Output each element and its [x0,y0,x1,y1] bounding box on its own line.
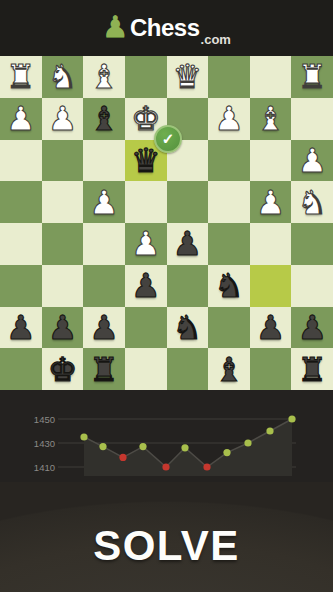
square-h1[interactable]: ♜ [0,56,42,98]
square-b3[interactable] [250,140,292,182]
square-f1[interactable]: ♝ [83,56,125,98]
square-h5[interactable] [0,223,42,265]
square-g8[interactable]: ♚ [42,348,84,390]
square-f3[interactable] [83,140,125,182]
black-knight-piece[interactable]: ♞ [173,311,203,344]
square-e8[interactable] [125,348,167,390]
square-a5[interactable] [291,223,333,265]
rating-dot-win-1450 [288,415,295,422]
white-pawn-piece[interactable]: ♟ [297,144,327,177]
solve-button[interactable]: SOLVE [0,522,333,570]
correct-move-checkmark-icon: ✓ [154,125,182,153]
square-g7[interactable]: ♟ [42,307,84,349]
chess-board: ♜♞♝♛♜♟♟♝♚♟♝♛♟♟♟♞♟♟♟♞♟♟♟♞♟♟♚♜♝♜✓ [0,56,333,390]
square-c5[interactable] [208,223,250,265]
square-g6[interactable] [42,265,84,307]
square-d6[interactable] [167,265,209,307]
square-c6[interactable]: ♞ [208,265,250,307]
square-a1[interactable]: ♜ [291,56,333,98]
white-pawn-piece[interactable]: ♟ [6,102,36,135]
chesscom-pawn-logo-icon: ♟ [102,12,129,42]
white-rook-piece[interactable]: ♜ [297,60,327,93]
rating-dot-loss-1410 [162,463,169,470]
black-knight-piece[interactable]: ♞ [214,269,244,302]
square-c2[interactable]: ♟ [208,98,250,140]
square-c7[interactable] [208,307,250,349]
square-h7[interactable]: ♟ [0,307,42,349]
brand-name: Chess [130,14,200,42]
y-tick-label-1450: 1450 [34,414,55,425]
square-g2[interactable]: ♟ [42,98,84,140]
y-tick-label-1430: 1430 [34,438,55,449]
square-b6[interactable] [250,265,292,307]
square-a2[interactable] [291,98,333,140]
square-d4[interactable] [167,181,209,223]
rating-dot-win-1422 [223,449,230,456]
rating-chart-svg: 145014301410 [0,390,333,482]
rating-dot-loss-1410 [203,463,210,470]
square-b8[interactable] [250,348,292,390]
white-knight-piece[interactable]: ♞ [297,186,327,219]
square-f6[interactable] [83,265,125,307]
square-f8[interactable]: ♜ [83,348,125,390]
square-e4[interactable] [125,181,167,223]
square-h8[interactable] [0,348,42,390]
square-b1[interactable] [250,56,292,98]
white-pawn-piece[interactable]: ♟ [256,186,286,219]
black-pawn-piece[interactable]: ♟ [6,311,36,344]
square-a6[interactable] [291,265,333,307]
black-bishop-piece[interactable]: ♝ [89,102,119,135]
square-b4[interactable]: ♟ [250,181,292,223]
rating-dot-win-1427 [139,443,146,450]
white-pawn-piece[interactable]: ♟ [89,186,119,219]
white-rook-piece[interactable]: ♜ [6,60,36,93]
rating-dot-win-1426 [181,444,188,451]
square-d8[interactable] [167,348,209,390]
black-pawn-piece[interactable]: ♟ [256,311,286,344]
square-c4[interactable] [208,181,250,223]
square-e5[interactable]: ♟ [125,223,167,265]
y-tick-label-1410: 1410 [34,462,55,473]
square-g1[interactable]: ♞ [42,56,84,98]
square-b5[interactable] [250,223,292,265]
square-h6[interactable] [0,265,42,307]
rating-dot-win-1435 [80,433,87,440]
cta-section: SOLVE [0,482,333,592]
black-rook-piece[interactable]: ♜ [89,353,119,386]
square-a7[interactable]: ♟ [291,307,333,349]
square-d7[interactable]: ♞ [167,307,209,349]
square-g5[interactable] [42,223,84,265]
square-f5[interactable] [83,223,125,265]
white-queen-piece[interactable]: ♛ [173,60,203,93]
black-pawn-piece[interactable]: ♟ [131,269,161,302]
square-e6[interactable]: ♟ [125,265,167,307]
square-a3[interactable]: ♟ [291,140,333,182]
black-king-piece[interactable]: ♚ [48,353,78,386]
brand-tld: .com [201,32,231,47]
square-g3[interactable] [42,140,84,182]
square-f2[interactable]: ♝ [83,98,125,140]
square-h2[interactable]: ♟ [0,98,42,140]
white-pawn-piece[interactable]: ♟ [131,227,161,260]
rating-dot-win-1440 [266,427,273,434]
rating-dot-win-1430 [244,439,251,446]
square-a8[interactable]: ♜ [291,348,333,390]
black-bishop-piece[interactable]: ♝ [214,353,244,386]
square-d5[interactable]: ♟ [167,223,209,265]
square-h4[interactable] [0,181,42,223]
square-e1[interactable] [125,56,167,98]
rating-dot-win-1427 [99,443,106,450]
square-e7[interactable] [125,307,167,349]
black-pawn-piece[interactable]: ♟ [89,311,119,344]
white-pawn-piece[interactable]: ♟ [214,102,244,135]
square-c8[interactable]: ♝ [208,348,250,390]
black-pawn-piece[interactable]: ♟ [48,311,78,344]
square-d1[interactable]: ♛ [167,56,209,98]
square-c3[interactable] [208,140,250,182]
square-c1[interactable] [208,56,250,98]
square-f4[interactable]: ♟ [83,181,125,223]
square-a4[interactable]: ♞ [291,181,333,223]
square-f7[interactable]: ♟ [83,307,125,349]
chess-puzzle-ad: ♟ Chess .com ♜♞♝♛♜♟♟♝♚♟♝♛♟♟♟♞♟♟♟♞♟♟♟♞♟♟♚… [0,0,333,592]
white-knight-piece[interactable]: ♞ [48,60,78,93]
square-b7[interactable]: ♟ [250,307,292,349]
black-queen-piece[interactable]: ♛ [131,144,161,177]
white-bishop-piece[interactable]: ♝ [256,102,286,135]
rating-dot-loss-1418 [119,454,126,461]
black-rook-piece[interactable]: ♜ [297,353,327,386]
square-g4[interactable] [42,181,84,223]
header: ♟ Chess .com [0,0,333,56]
white-bishop-piece[interactable]: ♝ [89,60,119,93]
square-b2[interactable]: ♝ [250,98,292,140]
black-pawn-piece[interactable]: ♟ [297,311,327,344]
square-h3[interactable] [0,140,42,182]
black-pawn-piece[interactable]: ♟ [173,227,203,260]
white-pawn-piece[interactable]: ♟ [48,102,78,135]
rating-chart: 145014301410 [0,390,333,482]
